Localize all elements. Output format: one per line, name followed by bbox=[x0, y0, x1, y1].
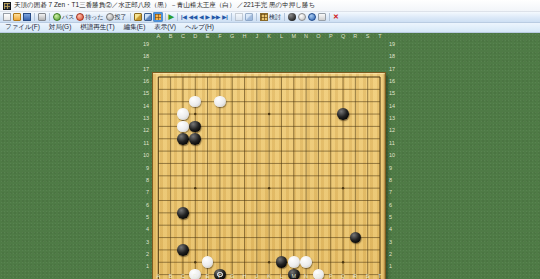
coord-top-F: F bbox=[216, 33, 224, 39]
coord-top-P: P bbox=[327, 33, 335, 39]
coord-right-4: 4 bbox=[389, 226, 403, 232]
white-stone-F17 bbox=[214, 96, 226, 108]
black-stone-button[interactable] bbox=[287, 12, 297, 22]
coord-right-7: 7 bbox=[389, 189, 403, 195]
resign-button[interactable]: 投了 bbox=[105, 12, 128, 22]
save-button[interactable] bbox=[22, 12, 32, 22]
title-bar: 天頂の囲碁 7 Zen・T1三番勝負②／水正郎八段（黒）－青山裕太王座（白） ／… bbox=[0, 0, 540, 12]
study-button[interactable]: 検討 bbox=[259, 12, 282, 22]
coord-left-16: 16 bbox=[135, 78, 149, 84]
coord-left-12: 12 bbox=[135, 127, 149, 133]
coord-bottom-F: F bbox=[216, 273, 224, 279]
coord-bottom-L: L bbox=[277, 273, 285, 279]
black-stone-D15 bbox=[189, 121, 201, 133]
white-stone-button[interactable] bbox=[297, 12, 307, 22]
coord-bottom-B: B bbox=[167, 273, 175, 279]
delete-icon: ✕ bbox=[333, 13, 339, 21]
white-stone-icon bbox=[298, 13, 306, 21]
coord-bottom-P: P bbox=[327, 273, 335, 279]
coord-top-S: S bbox=[364, 33, 372, 39]
toolbar-separator bbox=[329, 13, 330, 21]
coord-right-17: 17 bbox=[389, 66, 403, 72]
black-stone-C5 bbox=[177, 244, 189, 256]
star-point bbox=[342, 187, 344, 189]
toolbar-separator bbox=[177, 13, 178, 21]
coord-right-14: 14 bbox=[389, 103, 403, 109]
annotate-pen2-icon bbox=[144, 13, 152, 21]
nav-first-icon: |◀ bbox=[181, 13, 187, 21]
print-button[interactable] bbox=[37, 12, 47, 22]
coord-left-13: 13 bbox=[135, 115, 149, 121]
toolbar-separator bbox=[284, 13, 285, 21]
undo-button[interactable]: 待った bbox=[75, 12, 104, 22]
pass-button-label: パス bbox=[62, 13, 74, 22]
coord-left-2: 2 bbox=[135, 251, 149, 257]
print-icon bbox=[38, 13, 46, 21]
nav-forward-button[interactable]: ▶ bbox=[204, 12, 210, 22]
comment-icon bbox=[245, 13, 253, 21]
toolbar: パス待った投了▶|◀◀◀◀▶▶▶▶|検討✕ bbox=[0, 12, 540, 23]
annotate-pen-button[interactable] bbox=[133, 12, 143, 22]
move-list-button bbox=[234, 12, 244, 22]
black-stone-icon bbox=[288, 13, 296, 21]
coord-bottom-D: D bbox=[191, 273, 199, 279]
board-mode-toggle-button[interactable] bbox=[153, 12, 163, 22]
coord-left-10: 10 bbox=[135, 152, 149, 158]
menu-item-view[interactable]: 表示(V) bbox=[154, 23, 176, 32]
coord-bottom-H: H bbox=[241, 273, 249, 279]
white-stone-C16 bbox=[177, 108, 189, 120]
coord-left-4: 4 bbox=[135, 226, 149, 232]
coord-top-A: A bbox=[154, 33, 162, 39]
open-file-button[interactable] bbox=[12, 12, 22, 22]
coord-right-18: 18 bbox=[389, 53, 403, 59]
undo-button-label: 待った bbox=[85, 13, 103, 22]
toolbar-separator bbox=[130, 13, 131, 21]
pass-icon bbox=[53, 13, 61, 21]
study-button-label: 検討 bbox=[269, 13, 281, 22]
nav-forward10-button[interactable]: ▶▶ bbox=[211, 12, 221, 22]
coord-bottom-M: M bbox=[290, 273, 298, 279]
undo-icon bbox=[76, 13, 84, 21]
coord-bottom-J: J bbox=[253, 273, 261, 279]
coord-bottom-Q: Q bbox=[339, 273, 347, 279]
nav-back10-button[interactable]: ◀◀ bbox=[188, 12, 198, 22]
white-stone-C15 bbox=[177, 121, 189, 133]
coord-top-Q: Q bbox=[339, 33, 347, 39]
coord-top-R: R bbox=[351, 33, 359, 39]
board-background: AABBCCDDEEFFGGHHJJKKLLMMNNOOPPQQRRSSTT19… bbox=[0, 33, 540, 279]
star-point bbox=[268, 187, 270, 189]
coord-left-3: 3 bbox=[135, 239, 149, 245]
go-application-window: 天頂の囲碁 7 Zen・T1三番勝負②／水正郎八段（黒）－青山裕太王座（白） ／… bbox=[0, 0, 540, 279]
coord-left-18: 18 bbox=[135, 53, 149, 59]
eraser-icon bbox=[318, 13, 326, 21]
coord-right-11: 11 bbox=[389, 140, 403, 146]
menu-item-file[interactable]: ファイル(F) bbox=[5, 23, 40, 32]
star-point bbox=[268, 261, 270, 263]
coord-left-17: 17 bbox=[135, 66, 149, 72]
coord-right-2: 2 bbox=[389, 251, 403, 257]
menu-item-edit[interactable]: 編集(E) bbox=[124, 23, 146, 32]
eraser-button[interactable] bbox=[317, 12, 327, 22]
app-goboard-icon bbox=[3, 2, 11, 10]
star-point bbox=[268, 113, 270, 115]
menu-item-game[interactable]: 対局(G) bbox=[49, 23, 71, 32]
coord-right-19: 19 bbox=[389, 41, 403, 47]
black-stone-D14 bbox=[189, 133, 201, 145]
play-button[interactable]: ▶ bbox=[168, 12, 175, 22]
coord-bottom-O: O bbox=[314, 273, 322, 279]
coord-left-7: 7 bbox=[135, 189, 149, 195]
coord-bottom-A: A bbox=[154, 273, 162, 279]
coord-left-11: 11 bbox=[135, 140, 149, 146]
nav-forward-icon: ▶ bbox=[205, 13, 209, 21]
territory-button[interactable] bbox=[307, 12, 317, 22]
open-file-icon bbox=[13, 13, 21, 21]
coord-right-12: 12 bbox=[389, 127, 403, 133]
nav-forward10-icon: ▶▶ bbox=[212, 13, 220, 21]
coord-right-1: 1 bbox=[389, 263, 403, 269]
toolbar-separator bbox=[256, 13, 257, 21]
white-stone-N4 bbox=[300, 256, 312, 268]
comment-button bbox=[244, 12, 254, 22]
play-icon: ▶ bbox=[169, 13, 174, 21]
go-board[interactable] bbox=[152, 72, 386, 279]
coord-top-N: N bbox=[302, 33, 310, 39]
new-file-icon bbox=[3, 13, 11, 21]
nav-first-button[interactable]: |◀ bbox=[180, 12, 188, 22]
nav-last-button[interactable]: ▶| bbox=[221, 12, 229, 22]
coord-top-C: C bbox=[179, 33, 187, 39]
toolbar-separator bbox=[49, 13, 50, 21]
coord-top-K: K bbox=[265, 33, 273, 39]
coord-right-13: 13 bbox=[389, 115, 403, 121]
coord-bottom-E: E bbox=[204, 273, 212, 279]
coord-right-10: 10 bbox=[389, 152, 403, 158]
coord-left-5: 5 bbox=[135, 214, 149, 220]
nav-back-icon: ◀ bbox=[199, 13, 203, 21]
coord-left-15: 15 bbox=[135, 90, 149, 96]
menu-item-replay[interactable]: 棋譜再生(T) bbox=[80, 23, 114, 32]
annotate-pen2-button[interactable] bbox=[143, 12, 153, 22]
coord-left-9: 9 bbox=[135, 165, 149, 171]
coord-top-J: J bbox=[253, 33, 261, 39]
star-point bbox=[194, 187, 196, 189]
toolbar-separator bbox=[34, 13, 35, 21]
coord-left-14: 14 bbox=[135, 103, 149, 109]
territory-icon bbox=[308, 13, 316, 21]
toolbar-separator bbox=[165, 13, 166, 21]
menu-item-help[interactable]: ヘルプ(H) bbox=[185, 23, 214, 32]
annotate-pen-icon bbox=[134, 13, 142, 21]
white-stone-M4 bbox=[288, 256, 300, 268]
study-icon bbox=[260, 13, 268, 21]
coord-top-T: T bbox=[376, 33, 384, 39]
coord-top-B: B bbox=[167, 33, 175, 39]
coord-right-16: 16 bbox=[389, 78, 403, 84]
toolbar-separator bbox=[231, 13, 232, 21]
pass-button[interactable]: パス bbox=[52, 12, 75, 22]
resign-icon bbox=[106, 13, 114, 21]
resign-button-label: 投了 bbox=[115, 13, 127, 22]
coord-left-19: 19 bbox=[135, 41, 149, 47]
window-title: 天頂の囲碁 7 Zen・T1三番勝負②／水正郎八段（黒）－青山裕太王座（白） ／… bbox=[14, 1, 315, 10]
star-point bbox=[194, 261, 196, 263]
coord-right-5: 5 bbox=[389, 214, 403, 220]
coord-bottom-N: N bbox=[302, 273, 310, 279]
board-mode-toggle-icon bbox=[154, 13, 162, 21]
black-stone-C8 bbox=[177, 207, 189, 219]
coord-right-15: 15 bbox=[389, 90, 403, 96]
coord-top-M: M bbox=[290, 33, 298, 39]
coord-top-H: H bbox=[241, 33, 249, 39]
coord-right-9: 9 bbox=[389, 165, 403, 171]
coord-bottom-S: S bbox=[364, 273, 372, 279]
save-icon bbox=[23, 13, 31, 21]
coord-top-E: E bbox=[204, 33, 212, 39]
coord-bottom-R: R bbox=[351, 273, 359, 279]
menu-bar: ファイル(F)対局(G)棋譜再生(T)編集(E)表示(V)ヘルプ(H) bbox=[0, 23, 540, 33]
star-point bbox=[342, 261, 344, 263]
coord-top-L: L bbox=[277, 33, 285, 39]
star-point bbox=[194, 113, 196, 115]
nav-last-icon: ▶| bbox=[222, 13, 228, 21]
coord-bottom-T: T bbox=[376, 273, 384, 279]
coord-bottom-K: K bbox=[265, 273, 273, 279]
coord-left-1: 1 bbox=[135, 263, 149, 269]
coord-left-8: 8 bbox=[135, 177, 149, 183]
coord-left-6: 6 bbox=[135, 202, 149, 208]
move-list-icon bbox=[235, 13, 243, 21]
coord-top-G: G bbox=[228, 33, 236, 39]
new-file-button[interactable] bbox=[2, 12, 12, 22]
delete-button[interactable]: ✕ bbox=[332, 12, 340, 22]
nav-back10-icon: ◀◀ bbox=[189, 13, 197, 21]
black-stone-C14 bbox=[177, 133, 189, 145]
coord-right-6: 6 bbox=[389, 202, 403, 208]
coord-right-8: 8 bbox=[389, 177, 403, 183]
black-stone-Q16 bbox=[337, 108, 349, 120]
coord-bottom-C: C bbox=[179, 273, 187, 279]
coord-right-3: 3 bbox=[389, 239, 403, 245]
coord-top-O: O bbox=[314, 33, 322, 39]
coord-bottom-G: G bbox=[228, 273, 236, 279]
coord-top-D: D bbox=[191, 33, 199, 39]
